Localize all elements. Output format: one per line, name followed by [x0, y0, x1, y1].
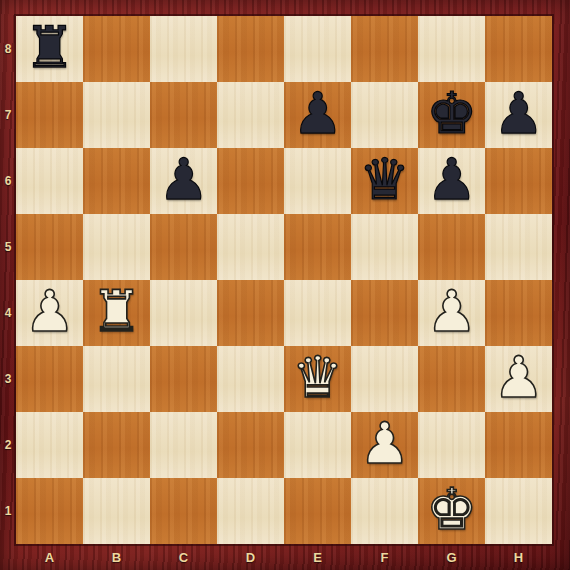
square-g6[interactable]: ♟	[418, 148, 485, 214]
square-a2[interactable]	[16, 412, 83, 478]
square-c1[interactable]	[150, 478, 217, 544]
square-b8[interactable]	[83, 16, 150, 82]
black-pawn[interactable]: ♟	[426, 151, 477, 208]
square-f4[interactable]	[351, 280, 418, 346]
rank-label-7: 7	[0, 82, 16, 148]
square-e7[interactable]: ♟	[284, 82, 351, 148]
rank-label-8: 8	[0, 16, 16, 82]
square-f5[interactable]	[351, 214, 418, 280]
rank-label-3: 3	[0, 346, 16, 412]
square-f1[interactable]	[351, 478, 418, 544]
square-f8[interactable]	[351, 16, 418, 82]
square-g5[interactable]	[418, 214, 485, 280]
square-d4[interactable]	[217, 280, 284, 346]
square-h1[interactable]	[485, 478, 552, 544]
rank-labels: 87654321	[0, 16, 16, 544]
square-g1[interactable]: ♚	[418, 478, 485, 544]
square-e5[interactable]	[284, 214, 351, 280]
white-pawn[interactable]: ♟	[24, 283, 75, 340]
square-e1[interactable]	[284, 478, 351, 544]
square-a3[interactable]	[16, 346, 83, 412]
square-g8[interactable]	[418, 16, 485, 82]
black-rook[interactable]: ♜	[24, 19, 75, 76]
square-a1[interactable]	[16, 478, 83, 544]
file-label-f: F	[351, 544, 418, 570]
square-g3[interactable]	[418, 346, 485, 412]
square-a7[interactable]	[16, 82, 83, 148]
black-queen[interactable]: ♛	[359, 151, 410, 208]
file-labels: ABCDEFGH	[16, 544, 552, 570]
square-b6[interactable]	[83, 148, 150, 214]
square-g2[interactable]	[418, 412, 485, 478]
square-d6[interactable]	[217, 148, 284, 214]
file-label-g: G	[418, 544, 485, 570]
file-label-c: C	[150, 544, 217, 570]
chess-board-frame: 87654321 ABCDEFGH ♜♟♚♟♟♛♟♟♜♟♛♟♟♚	[0, 0, 570, 570]
square-h6[interactable]	[485, 148, 552, 214]
white-pawn[interactable]: ♟	[493, 349, 544, 406]
square-c8[interactable]	[150, 16, 217, 82]
black-king[interactable]: ♚	[426, 85, 477, 142]
white-king[interactable]: ♚	[426, 481, 477, 538]
square-b2[interactable]	[83, 412, 150, 478]
square-c7[interactable]	[150, 82, 217, 148]
white-pawn[interactable]: ♟	[359, 415, 410, 472]
square-b4[interactable]: ♜	[83, 280, 150, 346]
square-b5[interactable]	[83, 214, 150, 280]
square-d1[interactable]	[217, 478, 284, 544]
square-h8[interactable]	[485, 16, 552, 82]
chess-board: ♜♟♚♟♟♛♟♟♜♟♛♟♟♚	[16, 16, 552, 544]
square-h7[interactable]: ♟	[485, 82, 552, 148]
file-label-d: D	[217, 544, 284, 570]
square-c4[interactable]	[150, 280, 217, 346]
rank-label-5: 5	[0, 214, 16, 280]
square-c5[interactable]	[150, 214, 217, 280]
white-pawn[interactable]: ♟	[426, 283, 477, 340]
square-b3[interactable]	[83, 346, 150, 412]
square-g7[interactable]: ♚	[418, 82, 485, 148]
square-g4[interactable]: ♟	[418, 280, 485, 346]
square-c2[interactable]	[150, 412, 217, 478]
square-d3[interactable]	[217, 346, 284, 412]
rank-label-4: 4	[0, 280, 16, 346]
square-d8[interactable]	[217, 16, 284, 82]
square-b7[interactable]	[83, 82, 150, 148]
black-pawn[interactable]: ♟	[158, 151, 209, 208]
file-label-h: H	[485, 544, 552, 570]
file-label-e: E	[284, 544, 351, 570]
square-e3[interactable]: ♛	[284, 346, 351, 412]
black-pawn[interactable]: ♟	[493, 85, 544, 142]
square-e2[interactable]	[284, 412, 351, 478]
square-h5[interactable]	[485, 214, 552, 280]
white-queen[interactable]: ♛	[292, 349, 343, 406]
square-d5[interactable]	[217, 214, 284, 280]
rank-label-2: 2	[0, 412, 16, 478]
square-a4[interactable]: ♟	[16, 280, 83, 346]
square-f2[interactable]: ♟	[351, 412, 418, 478]
square-e4[interactable]	[284, 280, 351, 346]
square-c3[interactable]	[150, 346, 217, 412]
rank-label-1: 1	[0, 478, 16, 544]
white-rook[interactable]: ♜	[91, 283, 142, 340]
square-e8[interactable]	[284, 16, 351, 82]
square-f6[interactable]: ♛	[351, 148, 418, 214]
square-a5[interactable]	[16, 214, 83, 280]
square-h2[interactable]	[485, 412, 552, 478]
file-label-a: A	[16, 544, 83, 570]
file-label-b: B	[83, 544, 150, 570]
square-c6[interactable]: ♟	[150, 148, 217, 214]
square-e6[interactable]	[284, 148, 351, 214]
square-d7[interactable]	[217, 82, 284, 148]
square-f7[interactable]	[351, 82, 418, 148]
square-a6[interactable]	[16, 148, 83, 214]
square-b1[interactable]	[83, 478, 150, 544]
square-h3[interactable]: ♟	[485, 346, 552, 412]
square-h4[interactable]	[485, 280, 552, 346]
square-f3[interactable]	[351, 346, 418, 412]
rank-label-6: 6	[0, 148, 16, 214]
square-d2[interactable]	[217, 412, 284, 478]
black-pawn[interactable]: ♟	[292, 85, 343, 142]
square-a8[interactable]: ♜	[16, 16, 83, 82]
